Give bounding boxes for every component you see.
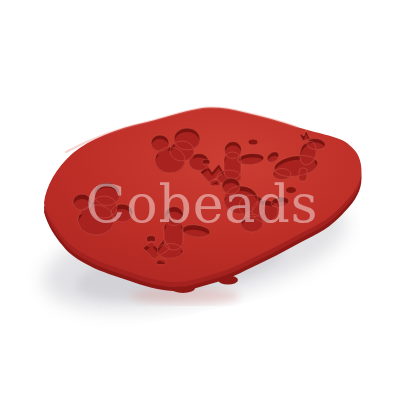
product-photo-stage: Cobeads [0,0,400,400]
silicone-mold-photo: Cobeads [0,0,400,400]
small-detail-cavity [249,140,258,145]
watermark-text: Cobeads [85,174,318,234]
